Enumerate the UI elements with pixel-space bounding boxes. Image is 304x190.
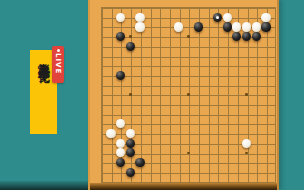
white-stone xyxy=(242,22,251,31)
black-stone xyxy=(194,22,203,31)
white-stone xyxy=(106,129,115,138)
white-stone xyxy=(116,148,125,157)
go-board xyxy=(88,0,279,190)
board-bottom-edge xyxy=(90,183,277,190)
live-badge: LIVE xyxy=(52,46,64,83)
white-stone xyxy=(252,22,261,31)
last-move-marker xyxy=(216,16,219,19)
black-stone xyxy=(116,71,125,80)
star-point xyxy=(129,93,132,96)
black-stone xyxy=(126,139,135,148)
black-stone xyxy=(232,32,241,41)
black-stone xyxy=(213,13,222,22)
white-stone xyxy=(242,139,251,148)
live-badge-label: LIVE xyxy=(54,53,62,74)
white-stone xyxy=(223,13,232,22)
white-stone xyxy=(116,119,125,128)
white-stone xyxy=(135,13,144,22)
black-stone xyxy=(116,32,125,41)
black-stone xyxy=(223,22,232,31)
black-stone xyxy=(242,32,251,41)
black-stone xyxy=(261,22,270,31)
white-stone xyxy=(126,129,135,138)
table-shadow xyxy=(0,181,88,190)
black-stone xyxy=(126,168,135,177)
star-point xyxy=(187,152,190,155)
black-stone xyxy=(135,158,144,167)
star-point xyxy=(245,152,248,155)
live-stream-thumbnail[interactable]: 常形易错变化 LIVE xyxy=(0,0,304,190)
star-point xyxy=(187,93,190,96)
white-stone xyxy=(232,22,241,31)
white-stone xyxy=(174,22,183,31)
white-stone xyxy=(135,22,144,31)
star-point xyxy=(245,93,248,96)
star-point xyxy=(187,35,190,38)
black-stone xyxy=(126,42,135,51)
white-stone xyxy=(261,13,270,22)
board-grid xyxy=(96,3,280,187)
white-stone xyxy=(116,139,125,148)
black-stone xyxy=(252,32,261,41)
white-stone xyxy=(116,13,125,22)
live-dot-icon xyxy=(57,49,60,52)
black-stone xyxy=(126,148,135,157)
black-stone xyxy=(116,158,125,167)
star-point xyxy=(129,35,132,38)
